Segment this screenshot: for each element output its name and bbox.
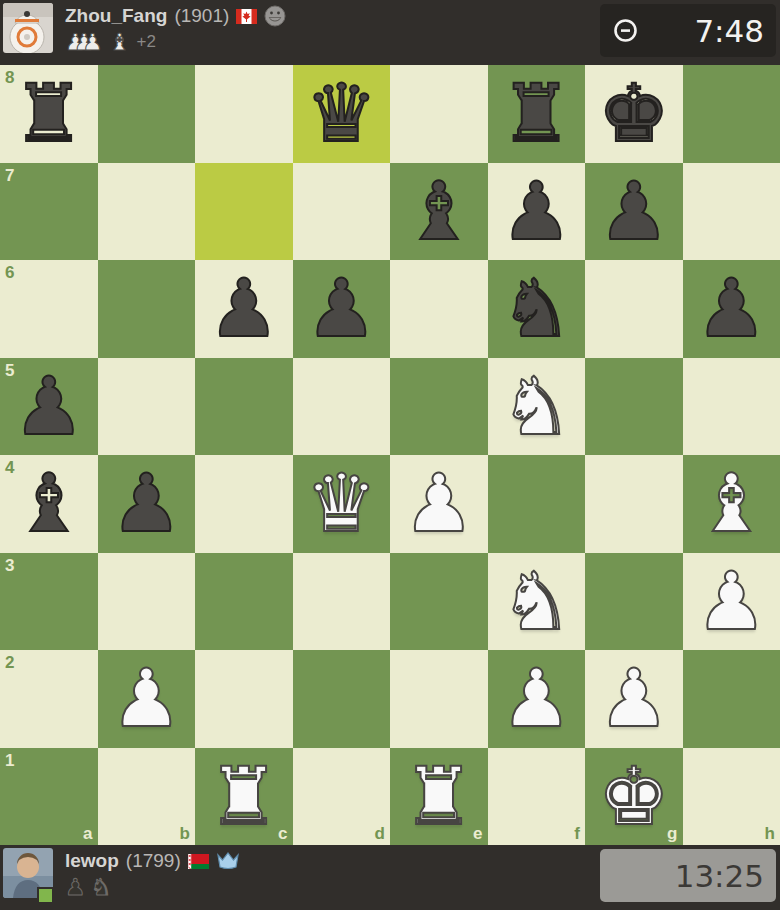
rank-label-3: 3: [5, 557, 14, 574]
piece-black-pawn[interactable]: ♟: [305, 260, 377, 358]
piece-white-king[interactable]: ♚: [598, 748, 670, 846]
piece-white-rook[interactable]: ♜: [403, 748, 475, 846]
square-e4[interactable]: ♟: [390, 455, 488, 553]
square-f5[interactable]: ♞: [488, 358, 586, 456]
file-label-g: g: [667, 825, 677, 842]
rank-label-7: 7: [5, 167, 14, 184]
rank-label-8: 8: [5, 69, 14, 86]
square-d6[interactable]: ♟: [293, 260, 391, 358]
square-b8[interactable]: [98, 65, 196, 163]
square-c1[interactable]: c♜: [195, 748, 293, 846]
square-d3[interactable]: [293, 553, 391, 651]
square-g1[interactable]: g♚: [585, 748, 683, 846]
material-advantage: +2: [137, 32, 156, 54]
square-c8[interactable]: [195, 65, 293, 163]
square-h1[interactable]: h: [683, 748, 780, 846]
top-clock: 7:48: [600, 4, 776, 57]
top-clock-time: 7:48: [694, 13, 764, 49]
minus-circle-icon: [613, 18, 638, 43]
piece-black-bishop[interactable]: ♝: [403, 163, 475, 261]
square-a4[interactable]: 4♝: [0, 455, 98, 553]
square-f2[interactable]: ♟: [488, 650, 586, 748]
square-h5[interactable]: [683, 358, 780, 456]
captured-white-bishop-icon: ♝: [109, 31, 130, 54]
square-b3[interactable]: [98, 553, 196, 651]
square-b4[interactable]: ♟: [98, 455, 196, 553]
square-e2[interactable]: [390, 650, 488, 748]
square-a3[interactable]: 3: [0, 553, 98, 651]
square-h4[interactable]: ♝: [683, 455, 780, 553]
square-d4[interactable]: ♛: [293, 455, 391, 553]
square-d5[interactable]: [293, 358, 391, 456]
square-g8[interactable]: ♚: [585, 65, 683, 163]
piece-black-pawn[interactable]: ♟: [598, 163, 670, 261]
square-b7[interactable]: [98, 163, 196, 261]
captured-black-knight-icon: ♞: [91, 876, 112, 899]
bottom-clock-time: 13:25: [675, 858, 764, 894]
square-a8[interactable]: 8♜: [0, 65, 98, 163]
square-e5[interactable]: [390, 358, 488, 456]
rank-label-5: 5: [5, 362, 14, 379]
square-f6[interactable]: ♞: [488, 260, 586, 358]
rank-label-6: 6: [5, 264, 14, 281]
square-c7[interactable]: [195, 163, 293, 261]
piece-white-knight[interactable]: ♞: [500, 553, 572, 651]
square-d1[interactable]: d: [293, 748, 391, 846]
square-c6[interactable]: ♟: [195, 260, 293, 358]
square-b2[interactable]: ♟: [98, 650, 196, 748]
file-label-h: h: [765, 825, 775, 842]
piece-black-knight[interactable]: ♞: [500, 260, 572, 358]
square-e1[interactable]: e♜: [390, 748, 488, 846]
top-player-bar: Zhou_Fang (1901) ♟♟♟♝ +2: [0, 0, 780, 65]
square-f1[interactable]: f: [488, 748, 586, 846]
square-f8[interactable]: ♜: [488, 65, 586, 163]
square-a5[interactable]: 5♟: [0, 358, 98, 456]
square-e8[interactable]: [390, 65, 488, 163]
piece-black-pawn[interactable]: ♟: [208, 260, 280, 358]
square-d8[interactable]: ♛: [293, 65, 391, 163]
online-status-badge: [37, 887, 54, 904]
top-player-avatar[interactable]: [3, 3, 53, 53]
piece-black-pawn[interactable]: ♟: [13, 358, 85, 456]
piece-black-pawn[interactable]: ♟: [695, 260, 767, 358]
square-g4[interactable]: [585, 455, 683, 553]
piece-white-pawn[interactable]: ♟: [598, 650, 670, 748]
square-a2[interactable]: 2: [0, 650, 98, 748]
square-b5[interactable]: [98, 358, 196, 456]
square-h2[interactable]: [683, 650, 780, 748]
captured-white-pawn-icon: ♟: [82, 31, 103, 54]
file-label-f: f: [574, 825, 580, 842]
rank-label-1: 1: [5, 752, 14, 769]
square-h3[interactable]: ♟: [683, 553, 780, 651]
square-g7[interactable]: ♟: [585, 163, 683, 261]
square-a6[interactable]: 6: [0, 260, 98, 358]
square-e3[interactable]: [390, 553, 488, 651]
square-e7[interactable]: ♝: [390, 163, 488, 261]
square-c2[interactable]: [195, 650, 293, 748]
piece-black-pawn[interactable]: ♟: [110, 455, 182, 553]
file-label-e: e: [473, 825, 482, 842]
piece-white-rook[interactable]: ♜: [208, 748, 280, 846]
bottom-player-rating: (1799): [126, 850, 181, 872]
bb8-avatar-image: [3, 3, 53, 53]
canada-flag-icon: [236, 9, 257, 24]
square-h6[interactable]: ♟: [683, 260, 780, 358]
piece-black-king[interactable]: ♚: [598, 65, 670, 163]
square-c4[interactable]: [195, 455, 293, 553]
file-label-b: b: [180, 825, 190, 842]
bottom-captured-pieces: ♟♞: [65, 875, 240, 899]
piece-white-queen[interactable]: ♛: [305, 455, 377, 553]
chess-board[interactable]: 8♜♛♜♚7♝♟♟6♟♟♞♟5♟♞4♝♟♛♟♝3♞♟2♟♟♟1abc♜de♜fg…: [0, 65, 780, 845]
square-f4[interactable]: [488, 455, 586, 553]
piece-white-bishop[interactable]: ♝: [695, 455, 767, 553]
square-a7[interactable]: 7: [0, 163, 98, 261]
file-label-d: d: [375, 825, 385, 842]
piece-black-rook[interactable]: ♜: [13, 65, 85, 163]
belarus-flag-icon: [188, 854, 209, 869]
file-label-a: a: [83, 825, 92, 842]
square-c5[interactable]: [195, 358, 293, 456]
bottom-player-bar: lewop (1799) ♟♞ 13:25: [0, 845, 780, 910]
square-g2[interactable]: ♟: [585, 650, 683, 748]
square-h8[interactable]: [683, 65, 780, 163]
top-player-rating: (1901): [174, 5, 229, 27]
blue-crown-flair-icon: [216, 851, 240, 871]
troll-face-emoji-icon: [264, 5, 286, 27]
captured-black-pawn-icon: ♟: [65, 876, 86, 899]
square-g5[interactable]: [585, 358, 683, 456]
piece-black-queen[interactable]: ♛: [305, 65, 377, 163]
piece-black-bishop[interactable]: ♝: [13, 455, 85, 553]
bottom-player-name[interactable]: lewop: [65, 850, 119, 872]
square-f7[interactable]: ♟: [488, 163, 586, 261]
square-c3[interactable]: [195, 553, 293, 651]
piece-white-pawn[interactable]: ♟: [500, 650, 572, 748]
square-e6[interactable]: [390, 260, 488, 358]
piece-white-pawn[interactable]: ♟: [403, 455, 475, 553]
square-f3[interactable]: ♞: [488, 553, 586, 651]
square-h7[interactable]: [683, 163, 780, 261]
top-player-name[interactable]: Zhou_Fang: [65, 5, 167, 27]
square-a1[interactable]: 1a: [0, 748, 98, 846]
piece-white-pawn[interactable]: ♟: [695, 553, 767, 651]
bottom-clock: 13:25: [600, 849, 776, 902]
square-b1[interactable]: b: [98, 748, 196, 846]
rank-label-4: 4: [5, 459, 14, 476]
square-d7[interactable]: [293, 163, 391, 261]
square-b6[interactable]: [98, 260, 196, 358]
square-g3[interactable]: [585, 553, 683, 651]
piece-white-pawn[interactable]: ♟: [110, 650, 182, 748]
piece-black-pawn[interactable]: ♟: [500, 163, 572, 261]
square-g6[interactable]: [585, 260, 683, 358]
top-captured-pieces: ♟♟♟♝ +2: [65, 30, 286, 54]
file-label-c: c: [278, 825, 287, 842]
piece-white-knight[interactable]: ♞: [500, 358, 572, 456]
rank-label-2: 2: [5, 654, 14, 671]
square-d2[interactable]: [293, 650, 391, 748]
piece-black-rook[interactable]: ♜: [500, 65, 572, 163]
